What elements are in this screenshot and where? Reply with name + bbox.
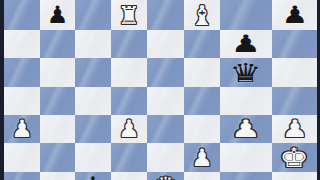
square-b4 (40, 87, 75, 115)
square-b2 (40, 143, 75, 172)
square-g7 (220, 0, 272, 30)
white-bishop-f7: ♝ (190, 2, 214, 29)
square-a7 (4, 0, 40, 30)
square-c5 (75, 58, 111, 87)
square-f1 (184, 172, 220, 180)
square-c6 (75, 30, 111, 58)
square-h6 (272, 30, 317, 58)
square-d1 (111, 172, 147, 180)
square-e7 (147, 0, 184, 30)
square-b7: ♟ (40, 0, 75, 30)
black-pawn-h7: ♟ (281, 3, 307, 27)
square-h1 (272, 172, 317, 180)
square-d2 (111, 143, 147, 172)
black-bishop-c1: ♝ (75, 174, 111, 180)
square-a6 (4, 30, 40, 58)
square-d3: ♟ (111, 115, 147, 143)
square-f5 (184, 58, 220, 87)
square-f3 (184, 115, 220, 143)
white-queen-e1: ♛ (147, 174, 184, 180)
white-king-h2: ♚ (280, 144, 310, 171)
square-g6: ♟ (220, 30, 272, 58)
white-pawn-f2: ♟ (191, 146, 213, 170)
square-c7 (75, 0, 111, 30)
square-h4 (272, 87, 317, 115)
square-a1 (4, 172, 40, 180)
black-queen-g5: ♛ (230, 60, 263, 86)
square-e2 (147, 143, 184, 172)
square-b6 (40, 30, 75, 58)
square-f7: ♝ (184, 0, 220, 30)
square-g5: ♛ (220, 58, 272, 87)
square-h3: ♟ (272, 115, 317, 143)
white-pawn-g3: ♟ (231, 117, 261, 141)
square-b5 (40, 58, 75, 87)
white-pawn-d3: ♟ (118, 117, 140, 141)
square-a3: ♟ (4, 115, 40, 143)
square-g3: ♟ (220, 115, 272, 143)
square-d6 (111, 30, 147, 58)
white-pawn-h3: ♟ (281, 117, 307, 141)
square-e6 (147, 30, 184, 58)
square-e4 (147, 87, 184, 115)
square-h5 (272, 58, 317, 87)
white-pawn-a3: ♟ (11, 117, 33, 141)
white-rook-d7: ♜ (118, 3, 140, 28)
square-e5 (147, 58, 184, 87)
square-a2 (4, 143, 40, 172)
square-g1 (220, 172, 272, 180)
chess-board: ♟♜♝♟♟♛♟♟♟♟♟♚♝♛ (4, 0, 317, 180)
square-d7: ♜ (111, 0, 147, 30)
square-h2: ♚ (272, 143, 317, 172)
square-a4 (4, 87, 40, 115)
square-g4 (220, 87, 272, 115)
black-pawn-b7: ♟ (47, 3, 69, 27)
square-c2 (75, 143, 111, 172)
square-b1 (40, 172, 75, 180)
square-f2: ♟ (184, 143, 220, 172)
square-f6 (184, 30, 220, 58)
square-d5 (111, 58, 147, 87)
square-f4 (184, 87, 220, 115)
video-frame: ♟♜♝♟♟♛♟♟♟♟♟♚♝♛ (0, 0, 320, 180)
black-pawn-g6: ♟ (231, 32, 261, 56)
square-d4 (111, 87, 147, 115)
square-h7: ♟ (272, 0, 317, 30)
square-a5 (4, 58, 40, 87)
square-c3 (75, 115, 111, 143)
square-g2 (220, 143, 272, 172)
square-c4 (75, 87, 111, 115)
square-b3 (40, 115, 75, 143)
square-e3 (147, 115, 184, 143)
square-e1: ♛ (147, 172, 184, 180)
square-c1: ♝ (75, 172, 111, 180)
